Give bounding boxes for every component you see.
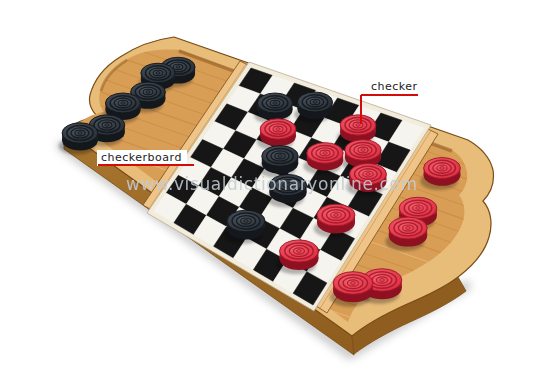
checker-red (420, 158, 460, 191)
board-scene (0, 0, 550, 384)
checker-red (314, 204, 355, 238)
checker-label-text: checker (371, 80, 418, 93)
checker-pointer-line (360, 95, 362, 124)
checker-label: checker (367, 79, 423, 95)
checker-black (224, 210, 266, 244)
checker-black (59, 123, 98, 155)
checker-red (276, 240, 318, 274)
checkers-illustration: www.visualdictionaryonline.com checkerbo… (0, 0, 550, 384)
checker-black (258, 146, 298, 178)
checker-red (385, 217, 427, 251)
checkerboard-label-text: checkerboard (101, 151, 182, 164)
checker-black (294, 92, 332, 123)
checker-black (266, 174, 307, 207)
checker-red (303, 143, 343, 175)
checker-red (346, 163, 386, 196)
checker-red (330, 272, 373, 307)
checker-underline (361, 94, 418, 96)
checkerboard-pointer-line (98, 164, 194, 166)
